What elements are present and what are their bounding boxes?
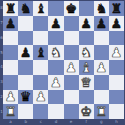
square-h8[interactable]: ♜ (109, 1, 124, 16)
square-e5[interactable] (64, 45, 79, 60)
square-f4[interactable]: ♝ (79, 60, 94, 75)
square-a8[interactable]: ♜ (3, 1, 18, 16)
black-king-piece[interactable]: ♚ (65, 1, 77, 14)
file-label-d: d (48, 119, 63, 125)
file-label-c: c (33, 119, 48, 125)
square-d8[interactable] (48, 1, 63, 16)
black-pawn-piece[interactable]: ♟ (80, 16, 92, 29)
square-b6[interactable] (18, 31, 33, 46)
square-c3[interactable] (33, 75, 48, 90)
square-h3[interactable] (109, 75, 124, 90)
square-e4[interactable]: ♟ (64, 60, 79, 75)
square-g6[interactable] (94, 31, 109, 46)
square-f8[interactable] (79, 1, 94, 16)
file-label-e: e (64, 119, 79, 125)
square-e8[interactable]: ♚ (64, 1, 79, 16)
square-g4[interactable]: ♟ (94, 60, 109, 75)
square-h5[interactable]: ♟ (109, 45, 124, 60)
file-label-a: a (3, 119, 18, 125)
square-g3[interactable] (94, 75, 109, 90)
square-e3[interactable] (64, 75, 79, 90)
black-knight-piece[interactable]: ♞ (20, 1, 32, 14)
square-f7[interactable]: ♟ (79, 16, 94, 31)
white-king-piece[interactable]: ♚ (80, 105, 92, 118)
square-g1[interactable]: ♜ (94, 104, 109, 119)
square-e1[interactable] (64, 104, 79, 119)
square-f5[interactable]: ♞ (79, 45, 94, 60)
square-b7[interactable] (18, 16, 33, 31)
square-g5[interactable] (94, 45, 109, 60)
black-pawn-piece[interactable]: ♟ (50, 16, 62, 29)
square-a7[interactable]: ♟ (3, 16, 18, 31)
chess-board-frame: 87654321 ♜♞♝♚♞♜♟♟♟♟♟♟♝♞♞♟♟♝♟♟♛♟♛♟♜♚♜ abc… (0, 0, 125, 125)
black-bishop-piece[interactable]: ♝ (35, 1, 47, 14)
square-a6[interactable] (3, 31, 18, 46)
square-g7[interactable]: ♟ (94, 16, 109, 31)
white-pawn-piece[interactable]: ♟ (111, 46, 123, 59)
file-label-h: h (109, 119, 124, 125)
square-c6[interactable] (33, 31, 48, 46)
square-a5[interactable] (3, 45, 18, 60)
white-rook-piece[interactable]: ♜ (95, 105, 107, 118)
square-b8[interactable]: ♞ (18, 1, 33, 16)
square-f3[interactable]: ♛ (79, 75, 94, 90)
file-label-b: b (18, 119, 33, 125)
file-coordinates: abcdefgh (3, 119, 124, 125)
file-label-f: f (79, 119, 94, 125)
square-d2[interactable] (48, 90, 63, 105)
square-b1[interactable] (18, 104, 33, 119)
black-pawn-piece[interactable]: ♟ (95, 16, 107, 29)
square-c5[interactable]: ♝ (33, 45, 48, 60)
square-a3[interactable] (3, 75, 18, 90)
file-label-g: g (94, 119, 109, 125)
white-pawn-piece[interactable]: ♟ (65, 60, 77, 73)
square-d3[interactable]: ♟ (48, 75, 63, 90)
black-queen-piece[interactable]: ♛ (20, 90, 32, 103)
square-d6[interactable] (48, 31, 63, 46)
square-h1[interactable] (109, 104, 124, 119)
square-d1[interactable] (48, 104, 63, 119)
black-pawn-piece[interactable]: ♟ (5, 16, 17, 29)
square-b3[interactable] (18, 75, 33, 90)
black-knight-piece[interactable]: ♞ (95, 1, 107, 14)
white-pawn-piece[interactable]: ♟ (50, 75, 62, 88)
square-a2[interactable]: ♟ (3, 90, 18, 105)
square-b5[interactable]: ♟ (18, 45, 33, 60)
square-h2[interactable] (109, 90, 124, 105)
square-h7[interactable]: ♟ (109, 16, 124, 31)
square-d5[interactable]: ♞ (48, 45, 63, 60)
square-b2[interactable]: ♛ (18, 90, 33, 105)
square-e7[interactable] (64, 16, 79, 31)
white-bishop-piece[interactable]: ♝ (80, 60, 92, 73)
black-pawn-piece[interactable]: ♟ (111, 16, 123, 29)
square-f2[interactable] (79, 90, 94, 105)
square-f1[interactable]: ♚ (79, 104, 94, 119)
square-a4[interactable] (3, 60, 18, 75)
square-e2[interactable] (64, 90, 79, 105)
white-knight-piece[interactable]: ♞ (80, 46, 92, 59)
square-f6[interactable] (79, 31, 94, 46)
square-h4[interactable] (109, 60, 124, 75)
square-d7[interactable]: ♟ (48, 16, 63, 31)
black-rook-piece[interactable]: ♜ (111, 1, 123, 14)
square-b4[interactable] (18, 60, 33, 75)
square-c2[interactable]: ♟ (33, 90, 48, 105)
square-c4[interactable] (33, 60, 48, 75)
square-g2[interactable] (94, 90, 109, 105)
black-pawn-piece[interactable]: ♟ (20, 46, 32, 59)
black-bishop-piece[interactable]: ♝ (35, 46, 47, 59)
square-d4[interactable] (48, 60, 63, 75)
square-c7[interactable] (33, 16, 48, 31)
square-g8[interactable]: ♞ (94, 1, 109, 16)
square-c1[interactable] (33, 104, 48, 119)
square-h6[interactable] (109, 31, 124, 46)
black-rook-piece[interactable]: ♜ (5, 1, 17, 14)
white-queen-piece[interactable]: ♛ (80, 75, 92, 88)
white-knight-piece[interactable]: ♞ (50, 46, 62, 59)
white-pawn-piece[interactable]: ♟ (5, 90, 17, 103)
board: ♜♞♝♚♞♜♟♟♟♟♟♟♝♞♞♟♟♝♟♟♛♟♛♟♜♚♜ (3, 1, 124, 119)
square-a1[interactable]: ♜ (3, 104, 18, 119)
white-rook-piece[interactable]: ♜ (5, 105, 17, 118)
white-pawn-piece[interactable]: ♟ (35, 90, 47, 103)
white-pawn-piece[interactable]: ♟ (95, 60, 107, 73)
square-c8[interactable]: ♝ (33, 1, 48, 16)
square-e6[interactable] (64, 31, 79, 46)
